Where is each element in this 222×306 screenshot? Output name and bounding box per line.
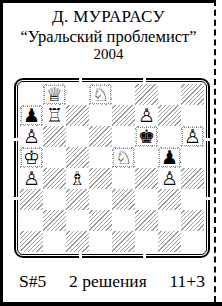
stipulation-label: S#5 [19, 271, 46, 292]
board-frame: ♕♘♟♖♙♙♚♙♔♘♟♙♗♙ [14, 78, 210, 258]
problem-card-page: Д. МУРАРАСУ “Уральский проблемист” 2004 … [0, 0, 222, 306]
square-h6: ♙ [181, 126, 204, 147]
source-title: “Уральский проблемист” [3, 27, 214, 46]
square-d5 [89, 147, 112, 168]
white-bishop: ♗ [69, 169, 86, 188]
border-gap-tick [14, 197, 19, 200]
square-c5 [66, 147, 89, 168]
white-knight: ♘ [115, 148, 132, 167]
square-g1 [158, 231, 181, 252]
square-h1 [181, 231, 204, 252]
solutions-label: 2 решения [69, 271, 147, 292]
square-e6 [112, 126, 135, 147]
square-b2 [43, 210, 66, 231]
square-g5: ♟ [158, 147, 181, 168]
square-b4 [43, 168, 66, 189]
white-pawn: ♙ [138, 106, 155, 125]
square-h8 [181, 84, 204, 105]
publication-year: 2004 [3, 46, 214, 63]
white-pawn: ♙ [23, 169, 40, 188]
square-e1 [112, 231, 135, 252]
square-b8: ♕ [43, 84, 66, 105]
white-king: ♔ [23, 148, 40, 167]
square-g8 [158, 84, 181, 105]
square-g3 [158, 189, 181, 210]
square-g4: ♙ [158, 168, 181, 189]
white-rook: ♖ [46, 106, 63, 125]
problem-card: Д. МУРАРАСУ “Уральский проблемист” 2004 … [0, 0, 216, 302]
border-gap-tick [143, 253, 146, 258]
square-f7: ♙ [135, 105, 158, 126]
square-c1 [66, 231, 89, 252]
square-d7 [89, 105, 112, 126]
square-e3 [112, 189, 135, 210]
square-a4: ♙ [20, 168, 43, 189]
square-a7: ♟ [20, 105, 43, 126]
square-h5 [181, 147, 204, 168]
square-f8 [135, 84, 158, 105]
square-g2 [158, 210, 181, 231]
square-d4 [89, 168, 112, 189]
square-f6: ♚ [135, 126, 158, 147]
white-knight: ♘ [92, 85, 109, 104]
square-c7 [66, 105, 89, 126]
square-f5 [135, 147, 158, 168]
board-outer-border: ♕♘♟♖♙♙♚♙♔♘♟♙♗♙ [14, 78, 210, 258]
chess-board: ♕♘♟♖♙♙♚♙♔♘♟♙♗♙ [20, 84, 204, 252]
square-b7: ♖ [43, 105, 66, 126]
square-a5: ♔ [20, 147, 43, 168]
square-e5: ♘ [112, 147, 135, 168]
border-gap-tick [205, 138, 210, 141]
border-gap-tick [79, 253, 82, 258]
square-h3 [181, 189, 204, 210]
border-gap-tick [143, 78, 146, 83]
square-a8 [20, 84, 43, 105]
square-d8: ♘ [89, 84, 112, 105]
square-e2 [112, 210, 135, 231]
square-c3 [66, 189, 89, 210]
square-b6 [43, 126, 66, 147]
black-king: ♚ [138, 127, 155, 146]
square-e7 [112, 105, 135, 126]
black-pawn: ♟ [161, 148, 178, 167]
square-a6: ♙ [20, 126, 43, 147]
square-a2 [20, 210, 43, 231]
white-pawn: ♙ [161, 169, 178, 188]
square-h2 [181, 210, 204, 231]
square-c6 [66, 126, 89, 147]
square-f1 [135, 231, 158, 252]
square-b5 [43, 147, 66, 168]
square-d2 [89, 210, 112, 231]
square-g6 [158, 126, 181, 147]
square-d1 [89, 231, 112, 252]
square-h4 [181, 168, 204, 189]
square-d3 [89, 189, 112, 210]
square-c4: ♗ [66, 168, 89, 189]
border-gap-tick [79, 78, 82, 83]
square-b3 [43, 189, 66, 210]
black-pawn: ♟ [23, 106, 40, 125]
square-c8 [66, 84, 89, 105]
square-a3 [20, 189, 43, 210]
square-e4 [112, 168, 135, 189]
card-header: Д. МУРАРАСУ “Уральский проблемист” 2004 [3, 3, 214, 63]
caption-row: S#5 2 решения 11+3 [14, 271, 210, 292]
square-e8 [112, 84, 135, 105]
square-f3 [135, 189, 158, 210]
author-name: Д. МУРАРАСУ [3, 7, 214, 27]
square-c2 [66, 210, 89, 231]
white-pawn: ♙ [184, 127, 201, 146]
square-f2 [135, 210, 158, 231]
white-queen: ♕ [46, 85, 63, 104]
square-f4 [135, 168, 158, 189]
board-inner-border: ♕♘♟♖♙♙♚♙♔♘♟♙♗♙ [17, 81, 207, 255]
square-g7 [158, 105, 181, 126]
material-count-label: 11+3 [170, 271, 205, 292]
square-h7 [181, 105, 204, 126]
square-b1 [43, 231, 66, 252]
border-gap-tick [205, 197, 210, 200]
border-gap-tick [14, 138, 19, 141]
square-d6 [89, 126, 112, 147]
white-pawn: ♙ [23, 127, 40, 146]
square-a1 [20, 231, 43, 252]
